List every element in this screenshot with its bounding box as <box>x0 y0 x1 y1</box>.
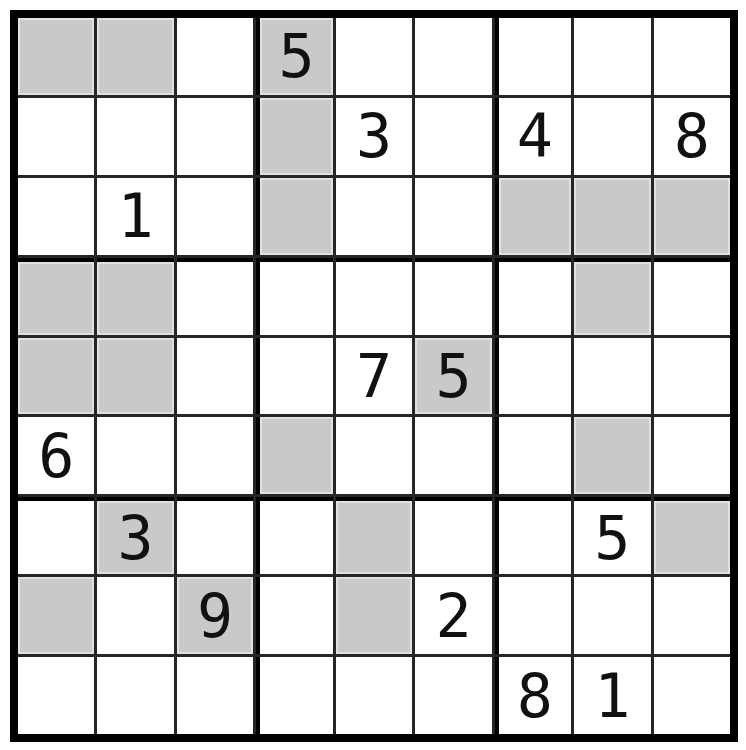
cell-r7c1[interactable] <box>18 497 94 574</box>
cell-r1c6[interactable] <box>415 18 491 95</box>
cell-r5c5-given[interactable]: 7 <box>336 338 412 415</box>
cell-r2c5-given[interactable]: 3 <box>336 98 412 175</box>
cell-r6c5[interactable] <box>336 417 412 494</box>
cell-r5c6-given[interactable]: 5 <box>415 338 491 415</box>
cell-r2c1[interactable] <box>18 98 94 175</box>
cell-r6c4[interactable] <box>256 417 332 494</box>
cell-r5c7[interactable] <box>495 338 571 415</box>
cell-r2c2[interactable] <box>97 98 173 175</box>
cell-r3c7[interactable] <box>495 178 571 255</box>
cell-r1c4-given[interactable]: 5 <box>256 18 332 95</box>
cell-r8c5[interactable] <box>336 577 412 654</box>
cell-r4c4[interactable] <box>256 258 332 335</box>
cell-r3c5[interactable] <box>336 178 412 255</box>
cell-r7c6[interactable] <box>415 497 491 574</box>
cell-r4c9[interactable] <box>654 258 730 335</box>
cell-r6c7[interactable] <box>495 417 571 494</box>
cell-r1c2[interactable] <box>97 18 173 95</box>
cell-r8c1[interactable] <box>18 577 94 654</box>
cell-r5c9[interactable] <box>654 338 730 415</box>
cell-r8c3-given[interactable]: 9 <box>177 577 253 654</box>
cell-r5c8[interactable] <box>574 338 650 415</box>
cell-r5c3[interactable] <box>177 338 253 415</box>
cell-r9c4[interactable] <box>256 657 332 734</box>
cell-r4c7[interactable] <box>495 258 571 335</box>
cell-r7c8-given[interactable]: 5 <box>574 497 650 574</box>
cell-r8c4[interactable] <box>256 577 332 654</box>
sudoku-board: 53481756359281 <box>10 10 738 742</box>
cell-r4c8[interactable] <box>574 258 650 335</box>
cell-r7c3[interactable] <box>177 497 253 574</box>
cell-r4c3[interactable] <box>177 258 253 335</box>
cell-r7c7[interactable] <box>495 497 571 574</box>
cell-r2c8[interactable] <box>574 98 650 175</box>
cell-r4c1[interactable] <box>18 258 94 335</box>
cell-r3c1[interactable] <box>18 178 94 255</box>
cell-r3c6[interactable] <box>415 178 491 255</box>
cell-r9c3[interactable] <box>177 657 253 734</box>
cell-r8c2[interactable] <box>97 577 173 654</box>
cell-r6c6[interactable] <box>415 417 491 494</box>
cell-r3c2-given[interactable]: 1 <box>97 178 173 255</box>
cell-r9c8-given[interactable]: 1 <box>574 657 650 734</box>
cell-r5c1[interactable] <box>18 338 94 415</box>
cell-r7c5[interactable] <box>336 497 412 574</box>
cell-r9c2[interactable] <box>97 657 173 734</box>
cell-r9c7-given[interactable]: 8 <box>495 657 571 734</box>
cell-r8c6-given[interactable]: 2 <box>415 577 491 654</box>
cell-r2c6[interactable] <box>415 98 491 175</box>
cell-r7c4[interactable] <box>256 497 332 574</box>
cell-r2c4[interactable] <box>256 98 332 175</box>
cell-r3c9[interactable] <box>654 178 730 255</box>
cell-r7c2-given[interactable]: 3 <box>97 497 173 574</box>
cell-r2c3[interactable] <box>177 98 253 175</box>
cell-r7c9[interactable] <box>654 497 730 574</box>
cell-r1c9[interactable] <box>654 18 730 95</box>
cell-r8c9[interactable] <box>654 577 730 654</box>
cell-r6c2[interactable] <box>97 417 173 494</box>
cell-r2c7-given[interactable]: 4 <box>495 98 571 175</box>
cell-r2c9-given[interactable]: 8 <box>654 98 730 175</box>
cell-r1c3[interactable] <box>177 18 253 95</box>
cell-r4c6[interactable] <box>415 258 491 335</box>
cell-r4c5[interactable] <box>336 258 412 335</box>
cell-r4c2[interactable] <box>97 258 173 335</box>
cell-r6c1-given[interactable]: 6 <box>18 417 94 494</box>
cell-r5c4[interactable] <box>256 338 332 415</box>
cell-r9c5[interactable] <box>336 657 412 734</box>
cell-r3c4[interactable] <box>256 178 332 255</box>
cell-r3c8[interactable] <box>574 178 650 255</box>
cell-r6c3[interactable] <box>177 417 253 494</box>
cell-r1c8[interactable] <box>574 18 650 95</box>
cell-r1c5[interactable] <box>336 18 412 95</box>
cell-r8c8[interactable] <box>574 577 650 654</box>
cell-r9c9[interactable] <box>654 657 730 734</box>
cell-r6c8[interactable] <box>574 417 650 494</box>
cell-r1c1[interactable] <box>18 18 94 95</box>
cell-r6c9[interactable] <box>654 417 730 494</box>
cell-r9c6[interactable] <box>415 657 491 734</box>
cell-r1c7[interactable] <box>495 18 571 95</box>
cell-r9c1[interactable] <box>18 657 94 734</box>
cell-r5c2[interactable] <box>97 338 173 415</box>
cell-r8c7[interactable] <box>495 577 571 654</box>
cell-r3c3[interactable] <box>177 178 253 255</box>
